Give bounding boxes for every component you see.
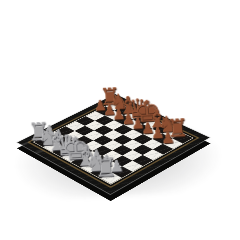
product-photo: ♜♞♝♛♚♝♞♜♟♟♟♟♟♟♟♟♟♟♟♟♟♟♟♟♜♞♝♛♚♝♞♜ <box>0 0 240 240</box>
silver-rook: ♜ <box>94 154 118 181</box>
copper-pawn: ♟ <box>161 130 175 146</box>
square-h8: ♜ <box>172 133 192 143</box>
